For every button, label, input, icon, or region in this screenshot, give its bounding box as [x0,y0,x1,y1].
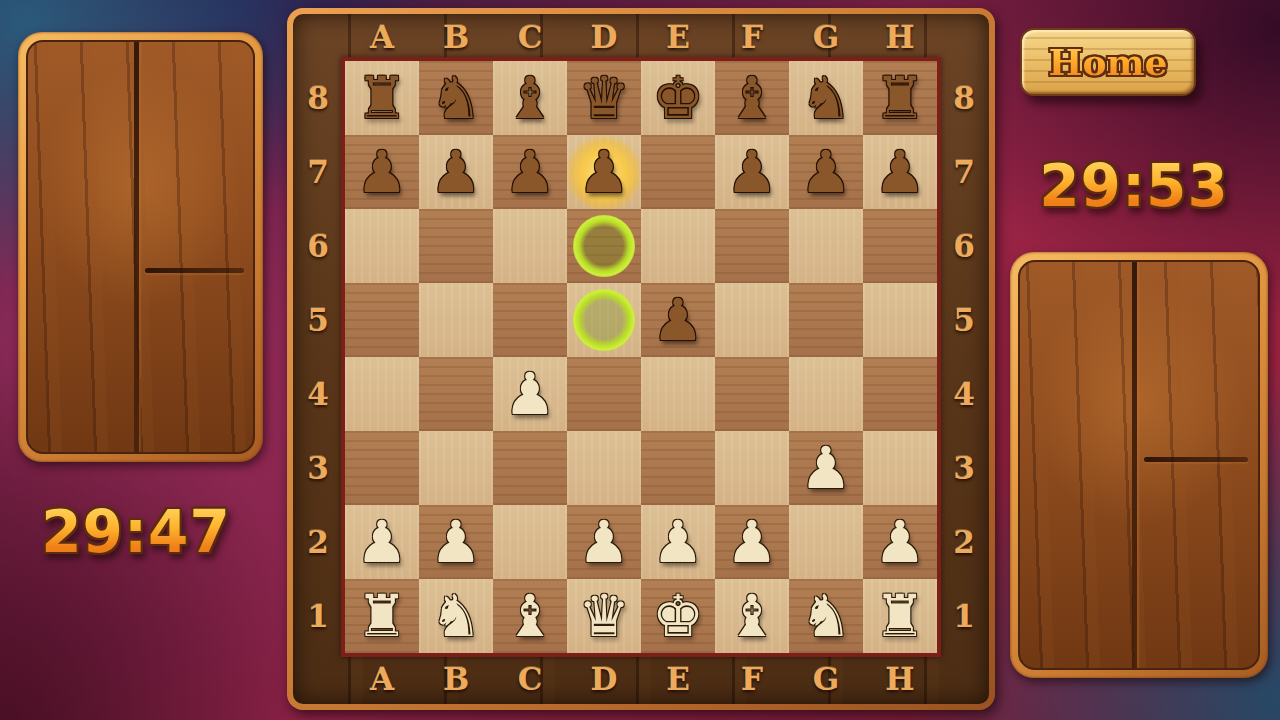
file-label-e: E [641,658,715,700]
square-e7[interactable] [641,135,715,209]
board-grid: ♜♞♝♛♚♝♞♜♟♟♟♟♟♟♟♟♟♟♟♟♟♟♟♟♜♞♝♛♚♝♞♜ [345,61,937,653]
square-d4[interactable] [567,357,641,431]
piece-white-pawn[interactable]: ♟ [356,505,408,579]
right-player-panel-wood [1018,260,1260,670]
rank-labels-right: 87654321 [941,61,987,653]
square-b4[interactable] [419,357,493,431]
file-label-b: B [419,658,493,700]
file-label-d: D [567,658,641,700]
piece-black-pawn[interactable]: ♟ [800,135,852,209]
file-label-d: D [567,16,641,58]
piece-black-king[interactable]: ♚ [652,61,704,135]
square-h5[interactable] [863,283,937,357]
square-a4[interactable] [345,357,419,431]
file-label-a: A [345,16,419,58]
square-c2[interactable] [493,505,567,579]
legal-move-indicator[interactable] [573,289,635,351]
square-g4[interactable] [789,357,863,431]
left-timer: 29:47 [16,498,256,566]
file-label-g: G [789,658,863,700]
file-labels-top: ABCDEFGH [345,16,937,58]
square-e8[interactable]: ♚ [641,61,715,135]
home-button[interactable]: Home [1020,28,1196,96]
square-c4[interactable]: ♟ [493,357,567,431]
piece-black-pawn[interactable]: ♟ [578,135,630,209]
rank-label-7: 7 [941,135,987,209]
square-f7[interactable]: ♟ [715,135,789,209]
plank-crack [145,268,244,273]
piece-white-pawn[interactable]: ♟ [504,357,556,431]
square-f5[interactable] [715,283,789,357]
piece-white-queen[interactable]: ♛ [578,579,630,653]
square-f4[interactable] [715,357,789,431]
square-h1[interactable]: ♜ [863,579,937,653]
square-h6[interactable] [863,209,937,283]
piece-white-knight[interactable]: ♞ [800,579,852,653]
piece-black-pawn[interactable]: ♟ [652,283,704,357]
left-player-panel [18,32,263,462]
rank-label-4: 4 [295,357,341,431]
piece-black-pawn[interactable]: ♟ [726,135,778,209]
square-b6[interactable] [419,209,493,283]
rank-label-5: 5 [941,283,987,357]
piece-black-rook[interactable]: ♜ [356,61,408,135]
piece-black-bishop[interactable]: ♝ [504,61,556,135]
square-h4[interactable] [863,357,937,431]
square-e4[interactable] [641,357,715,431]
piece-white-pawn[interactable]: ♟ [874,505,926,579]
square-f8[interactable]: ♝ [715,61,789,135]
piece-white-pawn[interactable]: ♟ [652,505,704,579]
rank-label-6: 6 [295,209,341,283]
file-label-b: B [419,16,493,58]
square-c8[interactable]: ♝ [493,61,567,135]
rank-label-7: 7 [295,135,341,209]
piece-black-pawn[interactable]: ♟ [874,135,926,209]
square-d6[interactable] [567,209,641,283]
square-c3[interactable] [493,431,567,505]
square-d5[interactable] [567,283,641,357]
square-g3[interactable]: ♟ [789,431,863,505]
square-c7[interactable]: ♟ [493,135,567,209]
square-g1[interactable]: ♞ [789,579,863,653]
square-e1[interactable]: ♚ [641,579,715,653]
square-a2[interactable]: ♟ [345,505,419,579]
piece-black-queen[interactable]: ♛ [578,61,630,135]
file-label-c: C [493,658,567,700]
rank-label-4: 4 [941,357,987,431]
square-h2[interactable]: ♟ [863,505,937,579]
piece-black-pawn[interactable]: ♟ [356,135,408,209]
square-f1[interactable]: ♝ [715,579,789,653]
rank-label-2: 2 [941,505,987,579]
rank-label-3: 3 [941,431,987,505]
square-a6[interactable] [345,209,419,283]
square-d2[interactable]: ♟ [567,505,641,579]
square-f6[interactable] [715,209,789,283]
square-b5[interactable] [419,283,493,357]
plank-divider [134,42,139,452]
square-a8[interactable]: ♜ [345,61,419,135]
file-label-f: F [715,16,789,58]
square-f3[interactable] [715,431,789,505]
square-e3[interactable] [641,431,715,505]
square-g7[interactable]: ♟ [789,135,863,209]
piece-white-knight[interactable]: ♞ [430,579,482,653]
left-player-panel-wood [26,40,255,454]
square-e2[interactable]: ♟ [641,505,715,579]
square-g8[interactable]: ♞ [789,61,863,135]
legal-move-indicator[interactable] [573,215,635,277]
piece-white-bishop[interactable]: ♝ [726,579,778,653]
square-e6[interactable] [641,209,715,283]
square-a3[interactable] [345,431,419,505]
square-d8[interactable]: ♛ [567,61,641,135]
game-screen: 29:47 Home 29:53 ABCDEFGH ABCDEFGH 87654… [0,0,1280,720]
square-b2[interactable]: ♟ [419,505,493,579]
file-label-e: E [641,16,715,58]
right-player-panel [1010,252,1268,678]
square-b8[interactable]: ♞ [419,61,493,135]
home-button-label: Home [1048,41,1167,83]
piece-white-pawn[interactable]: ♟ [578,505,630,579]
square-h8[interactable]: ♜ [863,61,937,135]
piece-black-bishop[interactable]: ♝ [726,61,778,135]
square-d7[interactable]: ♟ [567,135,641,209]
plank-crack [1144,457,1249,462]
square-f2[interactable]: ♟ [715,505,789,579]
rank-label-2: 2 [295,505,341,579]
file-label-a: A [345,658,419,700]
piece-white-pawn[interactable]: ♟ [430,505,482,579]
file-label-c: C [493,16,567,58]
rank-label-8: 8 [941,61,987,135]
square-d3[interactable] [567,431,641,505]
piece-black-pawn[interactable]: ♟ [430,135,482,209]
plank-divider [1132,262,1137,668]
piece-white-pawn[interactable]: ♟ [800,431,852,505]
square-c5[interactable] [493,283,567,357]
piece-white-rook[interactable]: ♜ [874,579,926,653]
square-a1[interactable]: ♜ [345,579,419,653]
file-label-h: H [863,16,937,58]
file-label-h: H [863,658,937,700]
square-c6[interactable] [493,209,567,283]
piece-black-rook[interactable]: ♜ [874,61,926,135]
rank-label-1: 1 [295,579,341,653]
piece-white-rook[interactable]: ♜ [356,579,408,653]
rank-label-6: 6 [941,209,987,283]
square-d1[interactable]: ♛ [567,579,641,653]
file-labels-bottom: ABCDEFGH [345,658,937,700]
file-label-g: G [789,16,863,58]
square-b7[interactable]: ♟ [419,135,493,209]
rank-label-3: 3 [295,431,341,505]
piece-white-bishop[interactable]: ♝ [504,579,556,653]
rank-label-1: 1 [941,579,987,653]
right-timer: 29:53 [1014,152,1254,220]
square-g2[interactable] [789,505,863,579]
file-label-f: F [715,658,789,700]
rank-labels-left: 87654321 [295,61,341,653]
square-b1[interactable]: ♞ [419,579,493,653]
chess-board: ♜♞♝♛♚♝♞♜♟♟♟♟♟♟♟♟♟♟♟♟♟♟♟♟♜♞♝♛♚♝♞♜ [341,57,941,657]
piece-black-knight[interactable]: ♞ [800,61,852,135]
rank-label-5: 5 [295,283,341,357]
square-g6[interactable] [789,209,863,283]
piece-white-pawn[interactable]: ♟ [726,505,778,579]
square-e5[interactable]: ♟ [641,283,715,357]
square-a5[interactable] [345,283,419,357]
piece-black-knight[interactable]: ♞ [430,61,482,135]
square-c1[interactable]: ♝ [493,579,567,653]
piece-black-pawn[interactable]: ♟ [504,135,556,209]
square-h3[interactable] [863,431,937,505]
piece-white-king[interactable]: ♚ [652,579,704,653]
square-g5[interactable] [789,283,863,357]
square-h7[interactable]: ♟ [863,135,937,209]
rank-label-8: 8 [295,61,341,135]
square-a7[interactable]: ♟ [345,135,419,209]
square-b3[interactable] [419,431,493,505]
